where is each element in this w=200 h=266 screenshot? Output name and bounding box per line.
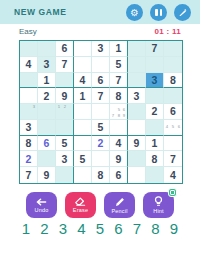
cell-r7c7[interactable]: 9 (128, 136, 146, 152)
cell-r8c9[interactable]: 7 (164, 151, 182, 167)
pause-button[interactable] (150, 4, 167, 21)
cell-r7c6[interactable]: 4 (110, 136, 128, 152)
cell-r5c5[interactable] (92, 104, 110, 120)
cell-r3c7[interactable] (128, 73, 146, 89)
cell-r2c5[interactable] (92, 57, 110, 73)
cell-r9c5[interactable]: 8 (92, 167, 110, 183)
cell-r6c4[interactable] (74, 120, 92, 136)
cell-r1c8[interactable]: 7 (146, 41, 164, 57)
numpad-9[interactable]: 9 (168, 220, 180, 237)
cell-r3c5[interactable]: 6 (92, 73, 110, 89)
difficulty-label: Easy (19, 27, 37, 36)
cell-r7c4[interactable] (74, 136, 92, 152)
cell-r9c9[interactable]: 4 (164, 167, 182, 183)
cell-r3c4[interactable]: 4 (74, 73, 92, 89)
cell-r2c3[interactable]: 7 (56, 57, 74, 73)
cell-r2c1[interactable]: 4 (20, 57, 38, 73)
cell-r6c5[interactable]: 5 (92, 120, 110, 136)
cell-r7c9[interactable] (164, 136, 182, 152)
pencil-notes: 3 (20, 104, 37, 119)
cell-r5c9[interactable]: 6 (164, 104, 182, 120)
cell-r2c2[interactable]: 3 (38, 57, 56, 73)
cell-r2c6[interactable]: 5 (110, 57, 128, 73)
cell-r2c8[interactable] (146, 57, 164, 73)
cell-r5c6[interactable]: 56789 (110, 104, 128, 120)
pencil-notes: 456 (164, 120, 182, 135)
cell-r4c6[interactable]: 8 (110, 88, 128, 104)
pencil-button[interactable]: Pencil (104, 192, 135, 218)
cell-r9c6[interactable]: 6 (110, 167, 128, 183)
numpad-4[interactable]: 4 (76, 220, 88, 237)
sudoku-board: 6317437514673829178331256789263545686524… (19, 40, 183, 184)
cell-r8c6[interactable]: 9 (110, 151, 128, 167)
cell-r7c2[interactable]: 6 (38, 136, 56, 152)
cell-r6c2[interactable] (38, 120, 56, 136)
pencil-notes: 56789 (110, 104, 127, 119)
cell-r1c1[interactable] (20, 41, 38, 57)
cell-r9c3[interactable] (56, 167, 74, 183)
hint-badge (168, 188, 177, 197)
lightbulb-icon (154, 196, 163, 207)
cell-r6c6[interactable] (110, 120, 128, 136)
numpad-1[interactable]: 1 (20, 220, 32, 237)
cell-r2c9[interactable] (164, 57, 182, 73)
numpad-5[interactable]: 5 (94, 220, 106, 237)
numpad-2[interactable]: 2 (39, 220, 51, 237)
cell-r1c9[interactable] (164, 41, 182, 57)
pencil-icon (115, 197, 125, 207)
cell-r3c2[interactable]: 1 (38, 73, 56, 89)
cell-r8c7[interactable] (128, 151, 146, 167)
cell-r5c8[interactable]: 2 (146, 104, 164, 120)
app-header: NEW GAME ⚙ (0, 0, 200, 24)
undo-arrow-icon (36, 198, 47, 206)
cell-r7c8[interactable]: 1 (146, 136, 164, 152)
cell-r4c3[interactable]: 9 (56, 88, 74, 104)
cell-r4c8[interactable] (146, 88, 164, 104)
cell-r9c7[interactable] (128, 167, 146, 183)
brush-icon (178, 8, 187, 17)
erase-label: Erase (73, 207, 88, 213)
page-title: NEW GAME (14, 7, 67, 17)
cell-r5c7[interactable] (128, 104, 146, 120)
eraser-icon (75, 197, 86, 206)
action-bar: Undo Erase Pencil Hint (0, 192, 200, 218)
header-buttons: ⚙ (126, 4, 191, 21)
timer: 01 : 11 (154, 27, 181, 36)
numpad-3[interactable]: 3 (57, 220, 69, 237)
cell-r3c8[interactable]: 3 (146, 73, 164, 89)
cell-r1c4[interactable] (74, 41, 92, 57)
hint-label: Hint (153, 208, 164, 214)
pencil-notes: 12 (56, 104, 73, 119)
cell-r8c5[interactable] (92, 151, 110, 167)
cell-r4c4[interactable]: 1 (74, 88, 92, 104)
cell-r4c2[interactable]: 2 (38, 88, 56, 104)
cell-r8c8[interactable]: 8 (146, 151, 164, 167)
cell-r3c1[interactable] (20, 73, 38, 89)
cell-r3c6[interactable]: 7 (110, 73, 128, 89)
cell-r1c6[interactable]: 1 (110, 41, 128, 57)
cell-r1c5[interactable]: 3 (92, 41, 110, 57)
cell-r8c3[interactable]: 3 (56, 151, 74, 167)
cell-r5c3[interactable]: 12 (56, 104, 74, 120)
cell-r6c3[interactable] (56, 120, 74, 136)
cell-r1c7[interactable] (128, 41, 146, 57)
numpad-7[interactable]: 7 (131, 220, 143, 237)
pause-icon (155, 9, 162, 16)
cell-r1c2[interactable] (38, 41, 56, 57)
cell-r7c1[interactable]: 8 (20, 136, 38, 152)
cell-r5c4[interactable] (74, 104, 92, 120)
cell-r6c1[interactable]: 3 (20, 120, 38, 136)
cell-r1c3[interactable]: 6 (56, 41, 74, 57)
numpad-6[interactable]: 6 (113, 220, 125, 237)
erase-button[interactable]: Erase (65, 192, 96, 218)
theme-button[interactable] (174, 4, 191, 21)
cell-r5c1[interactable]: 3 (20, 104, 38, 120)
cell-r7c5[interactable]: 2 (92, 136, 110, 152)
cell-r8c2[interactable] (38, 151, 56, 167)
cell-r4c7[interactable]: 3 (128, 88, 146, 104)
gear-icon: ⚙ (130, 7, 139, 18)
cell-r9c2[interactable]: 9 (38, 167, 56, 183)
numpad-8[interactable]: 8 (150, 220, 162, 237)
cell-r2c4[interactable] (74, 57, 92, 73)
cell-r4c9[interactable] (164, 88, 182, 104)
cell-r9c1[interactable]: 7 (20, 167, 38, 183)
cell-r6c9[interactable]: 456 (164, 120, 182, 136)
cell-r4c5[interactable]: 7 (92, 88, 110, 104)
cell-r8c1[interactable]: 2 (20, 151, 38, 167)
cell-r3c9[interactable]: 8 (164, 73, 182, 89)
cell-r9c8[interactable] (146, 167, 164, 183)
cell-r6c8[interactable] (146, 120, 164, 136)
cell-r2c7[interactable] (128, 57, 146, 73)
undo-button[interactable]: Undo (26, 192, 57, 218)
status-row: Easy 01 : 11 (19, 27, 181, 36)
cell-r4c1[interactable] (20, 88, 38, 104)
settings-button[interactable]: ⚙ (126, 4, 143, 21)
cell-r5c2[interactable] (38, 104, 56, 120)
cell-r7c3[interactable]: 5 (56, 136, 74, 152)
number-pad: 123456789 (0, 220, 200, 237)
cell-r3c3[interactable] (56, 73, 74, 89)
undo-label: Undo (35, 207, 49, 213)
hint-button[interactable]: Hint (143, 192, 174, 218)
cell-r9c4[interactable] (74, 167, 92, 183)
cell-r8c4[interactable]: 5 (74, 151, 92, 167)
pencil-label: Pencil (111, 208, 127, 214)
cell-r6c7[interactable] (128, 120, 146, 136)
